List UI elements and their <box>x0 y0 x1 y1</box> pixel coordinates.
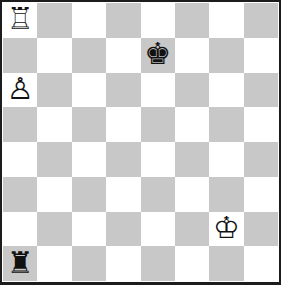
square-h4[interactable] <box>244 142 278 177</box>
square-c6[interactable] <box>72 73 106 108</box>
square-g1[interactable] <box>209 246 243 281</box>
square-f8[interactable] <box>175 3 209 38</box>
square-d1[interactable] <box>106 246 140 281</box>
chess-diagram: ♖♚♙♔♜ <box>0 0 281 285</box>
square-e8[interactable] <box>141 3 175 38</box>
square-a3[interactable] <box>3 177 37 212</box>
square-d6[interactable] <box>106 73 140 108</box>
square-h1[interactable] <box>244 246 278 281</box>
board-frame: ♖♚♙♔♜ <box>0 0 281 285</box>
square-b7[interactable] <box>37 38 71 73</box>
white-king[interactable]: ♔ <box>213 213 240 243</box>
square-c4[interactable] <box>72 142 106 177</box>
square-c8[interactable] <box>72 3 106 38</box>
square-e5[interactable] <box>141 107 175 142</box>
square-e4[interactable] <box>141 142 175 177</box>
square-c1[interactable] <box>72 246 106 281</box>
square-c3[interactable] <box>72 177 106 212</box>
square-f1[interactable] <box>175 246 209 281</box>
square-g7[interactable] <box>209 38 243 73</box>
white-pawn[interactable]: ♙ <box>7 74 34 104</box>
square-g5[interactable] <box>209 107 243 142</box>
square-h2[interactable] <box>244 212 278 247</box>
square-g4[interactable] <box>209 142 243 177</box>
square-f6[interactable] <box>175 73 209 108</box>
square-d7[interactable] <box>106 38 140 73</box>
square-h7[interactable] <box>244 38 278 73</box>
square-f7[interactable] <box>175 38 209 73</box>
white-rook[interactable]: ♖ <box>7 4 34 34</box>
square-b2[interactable] <box>37 212 71 247</box>
square-e3[interactable] <box>141 177 175 212</box>
square-a6[interactable]: ♙ <box>3 73 37 108</box>
square-a1[interactable]: ♜ <box>3 246 37 281</box>
square-c7[interactable] <box>72 38 106 73</box>
square-c5[interactable] <box>72 107 106 142</box>
square-h8[interactable] <box>244 3 278 38</box>
square-h3[interactable] <box>244 177 278 212</box>
black-king[interactable]: ♚ <box>144 39 171 69</box>
square-d3[interactable] <box>106 177 140 212</box>
square-b6[interactable] <box>37 73 71 108</box>
square-a7[interactable] <box>3 38 37 73</box>
square-g6[interactable] <box>209 73 243 108</box>
square-d4[interactable] <box>106 142 140 177</box>
square-a8[interactable]: ♖ <box>3 3 37 38</box>
square-e2[interactable] <box>141 212 175 247</box>
square-c2[interactable] <box>72 212 106 247</box>
square-e7[interactable]: ♚ <box>141 38 175 73</box>
square-f2[interactable] <box>175 212 209 247</box>
square-b1[interactable] <box>37 246 71 281</box>
square-b4[interactable] <box>37 142 71 177</box>
square-d2[interactable] <box>106 212 140 247</box>
square-b3[interactable] <box>37 177 71 212</box>
square-f5[interactable] <box>175 107 209 142</box>
square-f3[interactable] <box>175 177 209 212</box>
square-d8[interactable] <box>106 3 140 38</box>
square-g2[interactable]: ♔ <box>209 212 243 247</box>
square-e1[interactable] <box>141 246 175 281</box>
black-rook[interactable]: ♜ <box>7 248 34 278</box>
square-h6[interactable] <box>244 73 278 108</box>
square-a5[interactable] <box>3 107 37 142</box>
square-a2[interactable] <box>3 212 37 247</box>
square-e6[interactable] <box>141 73 175 108</box>
square-g3[interactable] <box>209 177 243 212</box>
square-d5[interactable] <box>106 107 140 142</box>
square-a4[interactable] <box>3 142 37 177</box>
square-h5[interactable] <box>244 107 278 142</box>
chess-board: ♖♚♙♔♜ <box>3 3 278 281</box>
square-g8[interactable] <box>209 3 243 38</box>
square-b5[interactable] <box>37 107 71 142</box>
square-f4[interactable] <box>175 142 209 177</box>
square-b8[interactable] <box>37 3 71 38</box>
